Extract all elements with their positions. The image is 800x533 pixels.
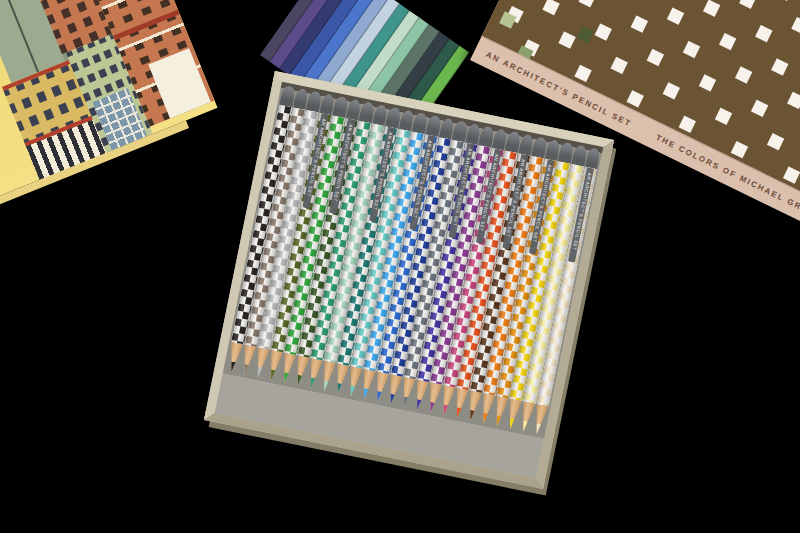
- architecture-postcard: [0, 0, 218, 224]
- pencil-lead-point: [454, 407, 462, 419]
- pencil-lead-point: [321, 380, 329, 392]
- pencil-lead-point: [441, 404, 449, 416]
- pencil-lead-point: [481, 412, 489, 424]
- pencil-row: AN ARCHITECT'S PENCIL SETAN ARCHITECT'S …: [225, 85, 601, 436]
- pencil-lead-point: [414, 399, 422, 411]
- building-red-stripe: [113, 10, 180, 41]
- pencil-lead-point: [361, 388, 369, 400]
- pencil-lead-point: [507, 418, 515, 430]
- pencil-lead-point: [295, 375, 303, 387]
- lid-accent-square: [577, 26, 594, 43]
- pencil-lead-point: [282, 372, 290, 384]
- pencil-lead-point: [521, 421, 529, 433]
- building-white-door: [148, 48, 211, 118]
- pencil-lead-point: [494, 415, 502, 427]
- pencil-cap: [585, 147, 601, 169]
- pencil-lead-point: [428, 402, 436, 414]
- photo-scene: AN ARCHITECT'S PENCIL SET THE COLORS OF …: [0, 0, 800, 533]
- pencil-lead-point: [375, 391, 383, 403]
- pencil-lead-point: [308, 377, 316, 389]
- pencil-lead-point: [229, 361, 237, 373]
- pencil-lead-point: [468, 410, 476, 422]
- pencil-lead-point: [534, 423, 542, 435]
- lid-accent-square: [499, 11, 516, 28]
- tray-floor: AN ARCHITECT'S PENCIL SETAN ARCHITECT'S …: [215, 82, 604, 479]
- pencil-lead-point: [401, 396, 409, 408]
- pencil-lead-point: [255, 366, 263, 378]
- pencil-lead-point: [268, 369, 276, 381]
- pencil-lead-point: [335, 383, 343, 395]
- pencil-lead-point: [348, 385, 356, 397]
- pencil-lead-point: [388, 394, 396, 406]
- pencil-lead-point: [242, 364, 250, 376]
- pencil-tray: AN ARCHITECT'S PENCIL SETAN ARCHITECT'S …: [204, 71, 614, 489]
